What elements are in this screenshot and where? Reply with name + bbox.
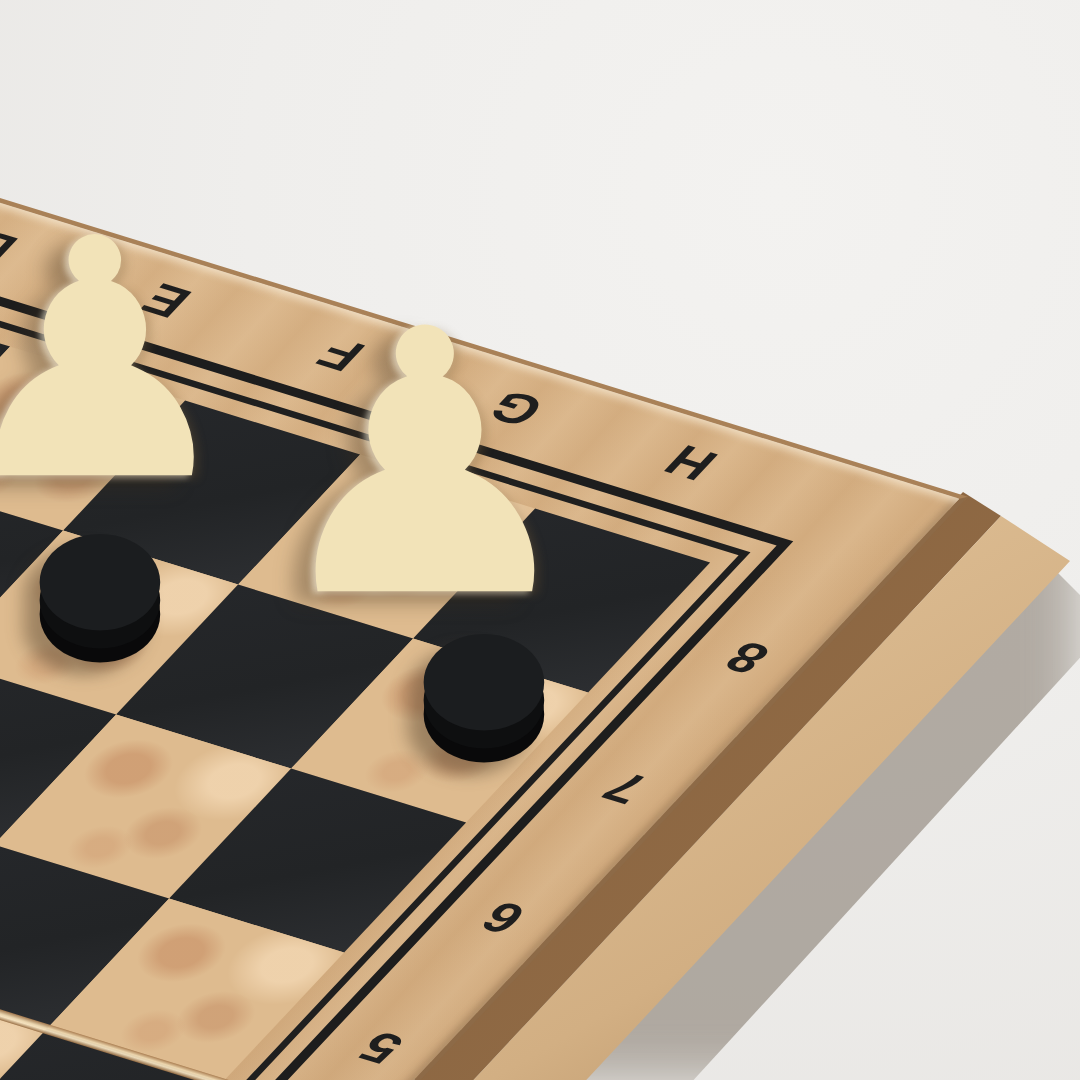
product-photo: DEFGH8765 ♟♟●● [0,0,1080,1080]
file-label-D: D [0,203,62,291]
